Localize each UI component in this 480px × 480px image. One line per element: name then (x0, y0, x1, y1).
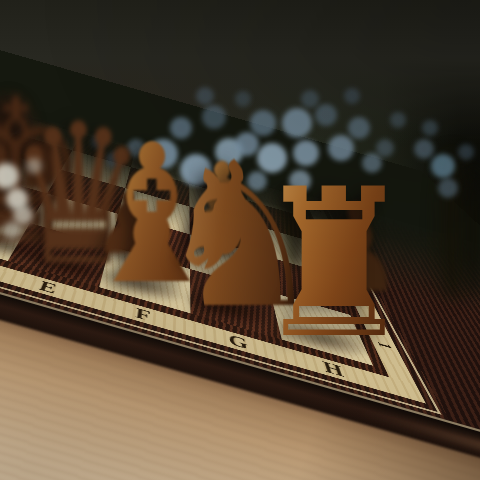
piece-rook-h1[interactable]: ♜ (253, 162, 415, 367)
bokeh-light (422, 120, 438, 136)
bokeh-light (301, 90, 319, 108)
bokeh-light (438, 178, 458, 198)
bokeh-light (431, 154, 455, 178)
bokeh-light (390, 112, 406, 128)
bokeh-light (235, 91, 251, 107)
chess-photo-scene: ABCDEFGH12345678 ♟♚♛♟♝♟♞♟♜ (0, 0, 480, 480)
bokeh-light (348, 117, 370, 139)
bokeh-light (414, 139, 434, 159)
bokeh-light (458, 144, 474, 160)
bokeh-light (344, 88, 360, 104)
warm-light (26, 158, 42, 174)
warm-light (3, 221, 21, 239)
blurred-piece-silhouette (465, 165, 480, 295)
